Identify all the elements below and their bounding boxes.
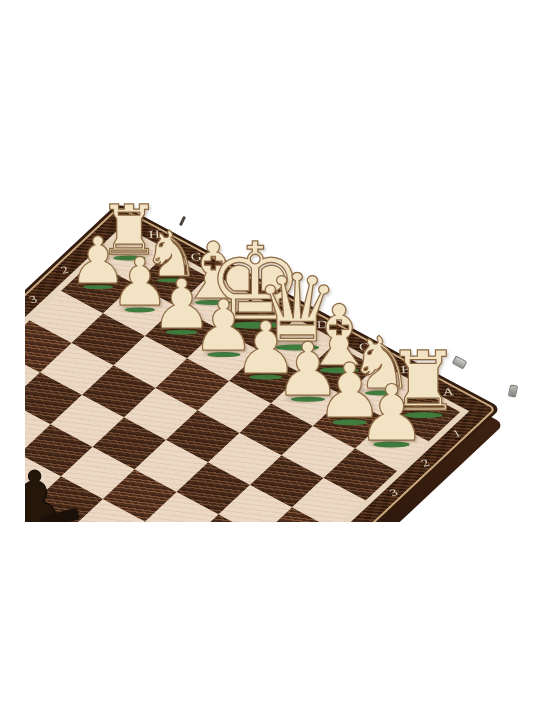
photo-crop-area: HGFEDCBA123123 ♜♞♝♚♛♝♞♜♟♟♟♟♟♟♟♟♟ — [25, 0, 540, 522]
pieces-layer: ♜♞♝♚♛♝♞♜♟♟♟♟♟♟♟♟♟ — [25, 0, 540, 522]
pawn-glyph: ♟ — [357, 375, 426, 452]
piece-white-pawn-a2: ♟ — [357, 375, 426, 452]
product-photo: HGFEDCBA123123 ♜♞♝♚♛♝♞♜♟♟♟♟♟♟♟♟♟ — [0, 0, 540, 720]
